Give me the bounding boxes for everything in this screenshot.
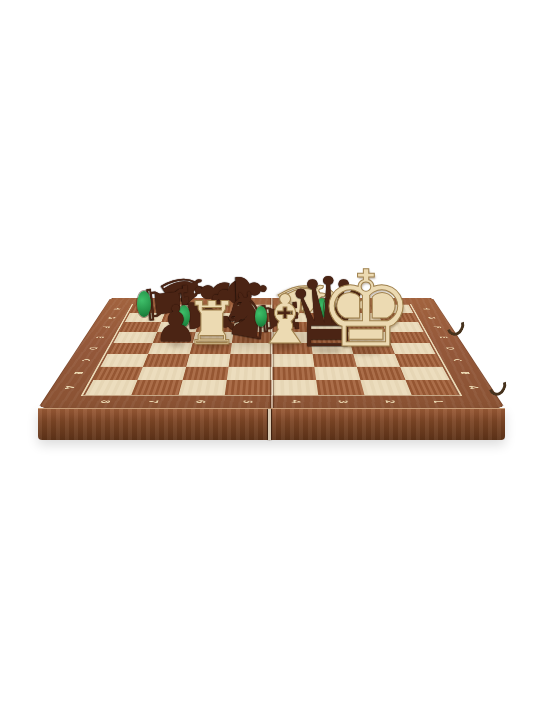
- board-square: [235, 313, 272, 322]
- board-square: [119, 322, 161, 332]
- product-photo-stage: 87654321AABBCCDDEEFFGGHH ♞♟♟♟♞♝♛♚♜♟♝♞♜♜♟…: [0, 0, 540, 720]
- board-square: [107, 343, 153, 354]
- board-square: [143, 354, 189, 366]
- board-square: [306, 305, 343, 314]
- board-square: [307, 313, 345, 322]
- board-square: [354, 354, 400, 366]
- board-square: [340, 305, 378, 314]
- coord-file-left-E: E: [93, 336, 106, 338]
- board-square: [227, 367, 272, 380]
- board-front-edge: [38, 408, 505, 440]
- coord-file-right-F: F: [431, 326, 444, 328]
- coord-file-right-B: B: [457, 372, 472, 375]
- coord-rank-1: 1: [430, 400, 446, 403]
- coord-rank-7: 7: [145, 400, 161, 403]
- chess-board: 87654321AABBCCDDEEFFGGHH: [38, 298, 505, 408]
- coord-file-right-A: A: [466, 386, 482, 389]
- board-square: [186, 354, 230, 366]
- board-square: [316, 380, 365, 395]
- board-square: [165, 305, 203, 314]
- board-square: [314, 367, 360, 380]
- board-square: [101, 354, 149, 366]
- board-square: [405, 380, 458, 395]
- board-square: [390, 343, 436, 354]
- board-square: [93, 367, 143, 380]
- coord-file-right-D: D: [443, 347, 457, 350]
- board-square: [229, 354, 272, 366]
- board-square: [161, 313, 200, 322]
- coord-rank-6: 6: [193, 400, 208, 403]
- coord-file-left-F: F: [99, 326, 112, 328]
- board-square: [272, 354, 315, 366]
- coord-file-left-C: C: [79, 359, 93, 361]
- coord-rank-8: 8: [97, 400, 113, 403]
- pieces-shadow: [148, 326, 386, 350]
- coord-file-left-B: B: [70, 372, 85, 375]
- coord-file-left-H: H: [111, 308, 123, 310]
- coord-rank-4: 4: [288, 400, 303, 403]
- coord-file-left-D: D: [86, 347, 100, 350]
- board-square: [395, 354, 443, 366]
- board-square: [272, 367, 317, 380]
- board-square: [272, 305, 307, 314]
- board-square: [382, 322, 424, 332]
- board-fold-seam: [271, 298, 273, 408]
- board-square: [400, 367, 450, 380]
- front-fold-seam: [268, 409, 271, 440]
- board-square: [272, 313, 309, 322]
- coord-file-right-C: C: [450, 359, 464, 361]
- board-square: [138, 367, 186, 380]
- coord-file-left-A: A: [61, 386, 77, 389]
- board-square: [236, 305, 271, 314]
- board-square: [182, 367, 228, 380]
- board-square: [272, 380, 319, 395]
- coord-rank-2: 2: [382, 400, 398, 403]
- board-square: [374, 305, 413, 314]
- coord-rank-3: 3: [335, 400, 350, 403]
- board-square: [201, 305, 238, 314]
- board-square: [132, 380, 183, 395]
- coord-file-right-E: E: [437, 336, 450, 338]
- coord-file-right-G: G: [425, 317, 437, 319]
- coord-rank-5: 5: [240, 400, 255, 403]
- board-square: [85, 380, 138, 395]
- board-square: [361, 380, 412, 395]
- board-square: [225, 380, 272, 395]
- board-square: [125, 313, 165, 322]
- board-square: [130, 305, 169, 314]
- board-square: [198, 313, 236, 322]
- board-square: [342, 313, 381, 322]
- coord-file-right-H: H: [420, 308, 432, 310]
- board-square: [178, 380, 227, 395]
- board-square: [386, 332, 430, 343]
- board-square: [313, 354, 357, 366]
- coord-file-left-G: G: [105, 317, 117, 319]
- board-square: [357, 367, 405, 380]
- board-square: [378, 313, 418, 322]
